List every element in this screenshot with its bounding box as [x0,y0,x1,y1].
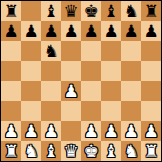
white-pawn-d4[interactable]: ♟ [63,81,78,101]
square-b4[interactable] [21,81,41,101]
square-h5[interactable] [141,61,161,81]
square-c5[interactable] [41,61,61,81]
square-d1[interactable]: ♛ [61,141,81,161]
square-f6[interactable] [101,41,121,61]
chess-board: ♜♝♛♚♝♞♜♟♟♟♟♟♟♟♟♞♟♟♟♟♟♟♟♟♜♞♝♛♚♝♞♜ [0,0,162,162]
white-pawn-a2[interactable]: ♟ [3,121,18,141]
square-h1[interactable]: ♜ [141,141,161,161]
square-a6[interactable] [1,41,21,61]
black-knight-c6[interactable]: ♞ [43,41,58,61]
black-queen-d8[interactable]: ♛ [63,1,78,21]
white-bishop-c1[interactable]: ♝ [43,141,58,161]
square-b6[interactable] [21,41,41,61]
square-c3[interactable] [41,101,61,121]
white-rook-a1[interactable]: ♜ [3,141,18,161]
square-b1[interactable]: ♞ [21,141,41,161]
white-queen-d1[interactable]: ♛ [63,141,78,161]
square-a2[interactable]: ♟ [1,121,21,141]
black-pawn-e7[interactable]: ♟ [83,21,98,41]
white-rook-h1[interactable]: ♜ [143,141,158,161]
white-pawn-h2[interactable]: ♟ [143,121,158,141]
chess-board-grid: ♜♝♛♚♝♞♜♟♟♟♟♟♟♟♟♞♟♟♟♟♟♟♟♟♜♞♝♛♚♝♞♜ [1,1,161,161]
square-b8[interactable] [21,1,41,21]
square-d8[interactable]: ♛ [61,1,81,21]
square-b3[interactable] [21,101,41,121]
square-f3[interactable] [101,101,121,121]
square-e1[interactable]: ♚ [81,141,101,161]
white-pawn-e2[interactable]: ♟ [83,121,98,141]
square-f5[interactable] [101,61,121,81]
white-pawn-c2[interactable]: ♟ [43,121,58,141]
square-d2[interactable] [61,121,81,141]
square-a4[interactable] [1,81,21,101]
square-e4[interactable] [81,81,101,101]
white-knight-g1[interactable]: ♞ [123,141,138,161]
square-g1[interactable]: ♞ [121,141,141,161]
square-a3[interactable] [1,101,21,121]
white-pawn-f2[interactable]: ♟ [103,121,118,141]
square-a7[interactable]: ♟ [1,21,21,41]
square-d5[interactable] [61,61,81,81]
square-f7[interactable]: ♟ [101,21,121,41]
square-g8[interactable]: ♞ [121,1,141,21]
square-h2[interactable]: ♟ [141,121,161,141]
square-h8[interactable]: ♜ [141,1,161,21]
square-c8[interactable]: ♝ [41,1,61,21]
square-b2[interactable]: ♟ [21,121,41,141]
white-pawn-g2[interactable]: ♟ [123,121,138,141]
square-d6[interactable] [61,41,81,61]
black-bishop-f8[interactable]: ♝ [103,1,118,21]
black-pawn-b7[interactable]: ♟ [23,21,38,41]
square-e3[interactable] [81,101,101,121]
square-e8[interactable]: ♚ [81,1,101,21]
square-f4[interactable] [101,81,121,101]
square-b5[interactable] [21,61,41,81]
square-f2[interactable]: ♟ [101,121,121,141]
square-e6[interactable] [81,41,101,61]
square-e7[interactable]: ♟ [81,21,101,41]
square-a8[interactable]: ♜ [1,1,21,21]
black-pawn-h7[interactable]: ♟ [143,21,158,41]
black-rook-h8[interactable]: ♜ [143,1,158,21]
black-rook-a8[interactable]: ♜ [3,1,18,21]
square-c2[interactable]: ♟ [41,121,61,141]
square-e2[interactable]: ♟ [81,121,101,141]
black-bishop-c8[interactable]: ♝ [43,1,58,21]
square-c4[interactable] [41,81,61,101]
square-g5[interactable] [121,61,141,81]
square-g3[interactable] [121,101,141,121]
white-king-e1[interactable]: ♚ [83,141,98,161]
black-king-e8[interactable]: ♚ [83,1,98,21]
square-a1[interactable]: ♜ [1,141,21,161]
square-c6[interactable]: ♞ [41,41,61,61]
square-g2[interactable]: ♟ [121,121,141,141]
square-a5[interactable] [1,61,21,81]
square-d7[interactable]: ♟ [61,21,81,41]
square-g6[interactable] [121,41,141,61]
square-d4[interactable]: ♟ [61,81,81,101]
square-h3[interactable] [141,101,161,121]
black-pawn-d7[interactable]: ♟ [63,21,78,41]
square-f8[interactable]: ♝ [101,1,121,21]
white-pawn-b2[interactable]: ♟ [23,121,38,141]
square-h7[interactable]: ♟ [141,21,161,41]
square-f1[interactable]: ♝ [101,141,121,161]
square-b7[interactable]: ♟ [21,21,41,41]
square-h6[interactable] [141,41,161,61]
square-g4[interactable] [121,81,141,101]
square-c7[interactable]: ♟ [41,21,61,41]
square-g7[interactable]: ♟ [121,21,141,41]
square-h4[interactable] [141,81,161,101]
square-e5[interactable] [81,61,101,81]
square-d3[interactable] [61,101,81,121]
black-pawn-g7[interactable]: ♟ [123,21,138,41]
black-pawn-c7[interactable]: ♟ [43,21,58,41]
square-c1[interactable]: ♝ [41,141,61,161]
black-pawn-f7[interactable]: ♟ [103,21,118,41]
white-bishop-f1[interactable]: ♝ [103,141,118,161]
white-knight-b1[interactable]: ♞ [23,141,38,161]
black-pawn-a7[interactable]: ♟ [3,21,18,41]
black-knight-g8[interactable]: ♞ [123,1,138,21]
